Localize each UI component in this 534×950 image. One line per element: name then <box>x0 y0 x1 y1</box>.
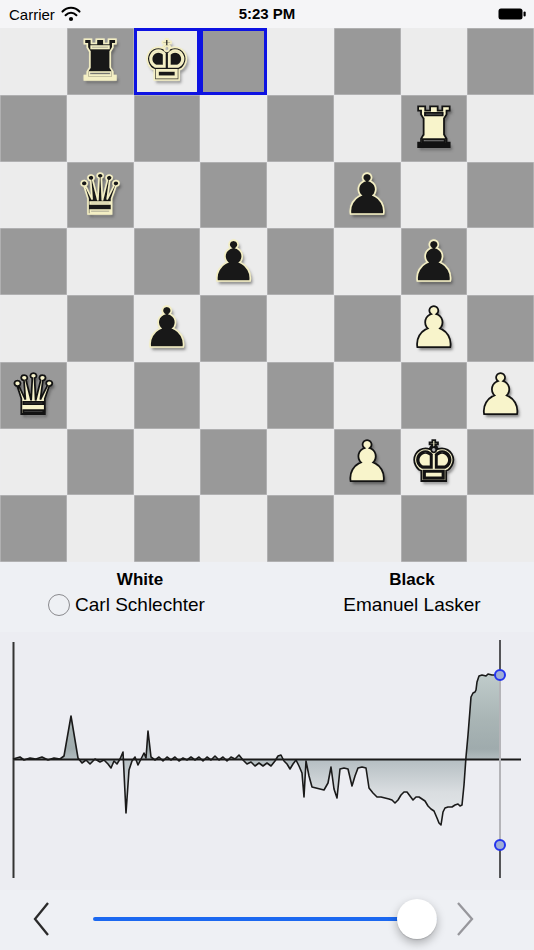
square-h5[interactable] <box>467 228 534 295</box>
eval-marker-bottom[interactable] <box>495 840 505 850</box>
square-e8[interactable] <box>267 28 334 95</box>
square-a8[interactable] <box>0 28 67 95</box>
previous-move-button[interactable] <box>32 901 52 937</box>
square-f1[interactable] <box>334 495 401 562</box>
square-b8[interactable]: ♜ <box>67 28 134 95</box>
square-d2[interactable] <box>200 429 267 496</box>
square-c8[interactable]: ♚ <box>134 28 201 95</box>
square-d1[interactable] <box>200 495 267 562</box>
square-f4[interactable] <box>334 295 401 362</box>
square-c6[interactable] <box>134 162 201 229</box>
square-c7[interactable] <box>134 95 201 162</box>
square-a1[interactable] <box>0 495 67 562</box>
piece-black-king: ♚ <box>142 33 192 89</box>
move-controls <box>0 890 534 950</box>
move-slider-knob[interactable] <box>397 899 437 939</box>
square-b2[interactable] <box>67 429 134 496</box>
square-c1[interactable] <box>134 495 201 562</box>
square-h4[interactable] <box>467 295 534 362</box>
square-g5[interactable]: ♟ <box>401 228 468 295</box>
square-d6[interactable] <box>200 162 267 229</box>
square-f2[interactable]: ♟ <box>334 429 401 496</box>
black-player-block: Black Emanuel Lasker <box>302 568 522 618</box>
evaluation-graph <box>0 632 534 890</box>
square-h1[interactable] <box>467 495 534 562</box>
square-b1[interactable] <box>67 495 134 562</box>
square-f7[interactable] <box>334 95 401 162</box>
square-b4[interactable] <box>67 295 134 362</box>
square-g4[interactable]: ♟ <box>401 295 468 362</box>
square-b6[interactable]: ♛ <box>67 162 134 229</box>
battery-icon <box>498 8 526 20</box>
square-d4[interactable] <box>200 295 267 362</box>
square-e7[interactable] <box>267 95 334 162</box>
piece-black-rook: ♜ <box>75 33 125 89</box>
piece-black-pawn: ♟ <box>342 167 392 223</box>
square-d5[interactable]: ♟ <box>200 228 267 295</box>
square-c4[interactable]: ♟ <box>134 295 201 362</box>
square-h6[interactable] <box>467 162 534 229</box>
piece-white-pawn: ♟ <box>342 434 392 490</box>
square-a2[interactable] <box>0 429 67 496</box>
eval-area-fill <box>13 674 500 825</box>
eval-marker-top[interactable] <box>495 670 505 680</box>
square-e3[interactable] <box>267 362 334 429</box>
square-e5[interactable] <box>267 228 334 295</box>
square-b7[interactable] <box>67 95 134 162</box>
square-g8[interactable] <box>401 28 468 95</box>
square-d7[interactable] <box>200 95 267 162</box>
square-a7[interactable] <box>0 95 67 162</box>
chess-board[interactable]: ♜♚♜♛♟♟♟♟♟♛♟♟♚ <box>0 28 534 562</box>
clock-label: 5:23 PM <box>0 0 534 28</box>
square-e4[interactable] <box>267 295 334 362</box>
square-c5[interactable] <box>134 228 201 295</box>
piece-white-pawn: ♟ <box>409 300 459 356</box>
square-f3[interactable] <box>334 362 401 429</box>
piece-black-pawn: ♟ <box>142 300 192 356</box>
next-move-button[interactable] <box>454 901 476 937</box>
square-d3[interactable] <box>200 362 267 429</box>
square-h8[interactable] <box>467 28 534 95</box>
black-label: Black <box>302 568 522 592</box>
square-g6[interactable] <box>401 162 468 229</box>
white-player-block: White Carl Schlechter <box>30 568 250 618</box>
square-a3[interactable]: ♛ <box>0 362 67 429</box>
black-player-name: Emanuel Lasker <box>302 592 522 618</box>
square-f6[interactable]: ♟ <box>334 162 401 229</box>
square-g7[interactable]: ♜ <box>401 95 468 162</box>
square-e1[interactable] <box>267 495 334 562</box>
square-e6[interactable] <box>267 162 334 229</box>
square-h3[interactable]: ♟ <box>467 362 534 429</box>
piece-white-queen: ♛ <box>8 367 58 423</box>
square-h7[interactable] <box>467 95 534 162</box>
piece-black-queen: ♛ <box>75 167 125 223</box>
piece-black-pawn: ♟ <box>209 234 259 290</box>
square-g3[interactable] <box>401 362 468 429</box>
white-label: White <box>30 568 250 592</box>
square-g2[interactable]: ♚ <box>401 429 468 496</box>
square-a5[interactable] <box>0 228 67 295</box>
evaluation-graph-svg <box>0 632 534 890</box>
move-slider-track[interactable] <box>93 917 437 921</box>
piece-black-pawn: ♟ <box>409 234 459 290</box>
square-c2[interactable] <box>134 429 201 496</box>
status-bar: Carrier 5:23 PM <box>0 0 534 28</box>
piece-white-king: ♚ <box>409 434 459 490</box>
square-g1[interactable] <box>401 495 468 562</box>
square-f8[interactable] <box>334 28 401 95</box>
white-player-name: Carl Schlechter <box>30 592 250 618</box>
app-screen: Carrier 5:23 PM ♜♚♜♛♟♟♟♟♟♛♟♟♚ White Carl… <box>0 0 534 950</box>
square-b5[interactable] <box>67 228 134 295</box>
square-c3[interactable] <box>134 362 201 429</box>
square-a6[interactable] <box>0 162 67 229</box>
square-f5[interactable] <box>334 228 401 295</box>
square-b3[interactable] <box>67 362 134 429</box>
square-h2[interactable] <box>467 429 534 496</box>
square-a4[interactable] <box>0 295 67 362</box>
square-d8[interactable] <box>200 28 267 95</box>
players-section: White Carl Schlechter Black Emanuel Lask… <box>0 562 534 632</box>
piece-white-rook: ♜ <box>409 100 459 156</box>
piece-white-pawn: ♟ <box>476 367 526 423</box>
square-e2[interactable] <box>267 429 334 496</box>
